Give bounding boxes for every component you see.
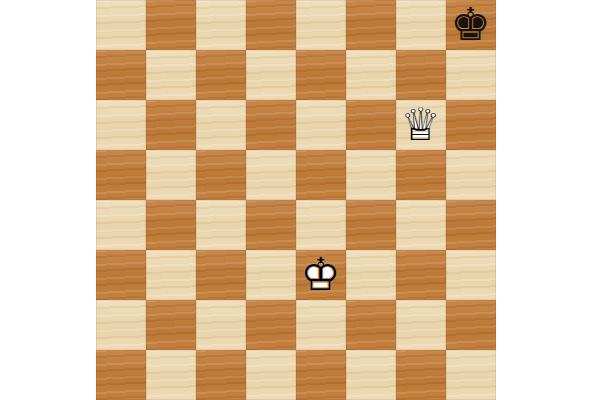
square-g2[interactable] bbox=[396, 300, 446, 350]
square-c8[interactable] bbox=[196, 0, 246, 50]
square-f7[interactable] bbox=[346, 50, 396, 100]
square-d2[interactable] bbox=[246, 300, 296, 350]
square-d8[interactable] bbox=[246, 0, 296, 50]
black-king-icon: ♚ bbox=[446, 0, 496, 50]
square-b4[interactable] bbox=[146, 200, 196, 250]
square-a5[interactable] bbox=[96, 150, 146, 200]
square-g8[interactable] bbox=[396, 0, 446, 50]
square-f6[interactable] bbox=[346, 100, 396, 150]
square-e7[interactable] bbox=[296, 50, 346, 100]
square-g3[interactable] bbox=[396, 250, 446, 300]
square-c6[interactable] bbox=[196, 100, 246, 150]
square-b5[interactable] bbox=[146, 150, 196, 200]
square-f1[interactable] bbox=[346, 350, 396, 400]
square-a3[interactable] bbox=[96, 250, 146, 300]
square-e6[interactable] bbox=[296, 100, 346, 150]
square-f5[interactable] bbox=[346, 150, 396, 200]
square-e2[interactable] bbox=[296, 300, 346, 350]
square-b3[interactable] bbox=[146, 250, 196, 300]
black-king[interactable]: ♚ bbox=[446, 0, 496, 50]
square-e8[interactable] bbox=[296, 0, 346, 50]
square-h2[interactable] bbox=[446, 300, 496, 350]
square-g6[interactable]: ♛♕ bbox=[396, 100, 446, 150]
square-c4[interactable] bbox=[196, 200, 246, 250]
page-background: ♚♛♕♚♔ bbox=[0, 0, 591, 400]
square-b6[interactable] bbox=[146, 100, 196, 150]
square-b8[interactable] bbox=[146, 0, 196, 50]
square-e5[interactable] bbox=[296, 150, 346, 200]
square-c7[interactable] bbox=[196, 50, 246, 100]
square-h3[interactable] bbox=[446, 250, 496, 300]
square-a1[interactable] bbox=[96, 350, 146, 400]
square-b7[interactable] bbox=[146, 50, 196, 100]
square-h5[interactable] bbox=[446, 150, 496, 200]
square-b1[interactable] bbox=[146, 350, 196, 400]
square-a6[interactable] bbox=[96, 100, 146, 150]
white-king-outline-icon: ♔ bbox=[296, 250, 346, 300]
square-c2[interactable] bbox=[196, 300, 246, 350]
square-a4[interactable] bbox=[96, 200, 146, 250]
square-h4[interactable] bbox=[446, 200, 496, 250]
white-queen-outline-icon: ♕ bbox=[396, 100, 446, 150]
square-d5[interactable] bbox=[246, 150, 296, 200]
square-a7[interactable] bbox=[96, 50, 146, 100]
square-h8[interactable]: ♚ bbox=[446, 0, 496, 50]
square-c3[interactable] bbox=[196, 250, 246, 300]
square-d3[interactable] bbox=[246, 250, 296, 300]
square-c1[interactable] bbox=[196, 350, 246, 400]
square-g7[interactable] bbox=[396, 50, 446, 100]
square-a2[interactable] bbox=[96, 300, 146, 350]
square-d1[interactable] bbox=[246, 350, 296, 400]
square-f4[interactable] bbox=[346, 200, 396, 250]
square-e3[interactable]: ♚♔ bbox=[296, 250, 346, 300]
white-king[interactable]: ♚♔ bbox=[296, 250, 346, 300]
chess-board: ♚♛♕♚♔ bbox=[96, 0, 496, 400]
white-queen[interactable]: ♛♕ bbox=[396, 100, 446, 150]
square-a8[interactable] bbox=[96, 0, 146, 50]
square-c5[interactable] bbox=[196, 150, 246, 200]
square-g5[interactable] bbox=[396, 150, 446, 200]
square-e1[interactable] bbox=[296, 350, 346, 400]
square-e4[interactable] bbox=[296, 200, 346, 250]
square-d4[interactable] bbox=[246, 200, 296, 250]
square-h1[interactable] bbox=[446, 350, 496, 400]
square-d7[interactable] bbox=[246, 50, 296, 100]
square-f8[interactable] bbox=[346, 0, 396, 50]
square-d6[interactable] bbox=[246, 100, 296, 150]
square-g4[interactable] bbox=[396, 200, 446, 250]
square-h7[interactable] bbox=[446, 50, 496, 100]
square-f2[interactable] bbox=[346, 300, 396, 350]
square-b2[interactable] bbox=[146, 300, 196, 350]
square-g1[interactable] bbox=[396, 350, 446, 400]
square-h6[interactable] bbox=[446, 100, 496, 150]
square-f3[interactable] bbox=[346, 250, 396, 300]
